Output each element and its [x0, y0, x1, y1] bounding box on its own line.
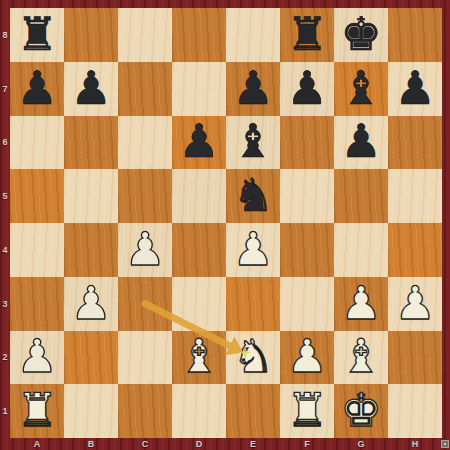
- square-b2[interactable]: [64, 331, 118, 385]
- file-label-e: E: [226, 438, 280, 450]
- rank-label-5: 5: [0, 169, 10, 223]
- square-c2[interactable]: [118, 331, 172, 385]
- square-b4[interactable]: [64, 223, 118, 277]
- square-a5[interactable]: [10, 169, 64, 223]
- resize-handle[interactable]: [441, 440, 449, 448]
- rank-label-3: 3: [0, 277, 10, 331]
- square-e1[interactable]: [226, 384, 280, 438]
- square-h1[interactable]: [388, 384, 442, 438]
- square-a2[interactable]: ♟: [10, 331, 64, 385]
- rank-label-2: 2: [0, 331, 10, 385]
- white-bishop-d2[interactable]: ♝: [178, 333, 219, 379]
- square-g2[interactable]: ♝: [334, 331, 388, 385]
- square-d3[interactable]: [172, 277, 226, 331]
- white-pawn-a2[interactable]: ♟: [16, 333, 57, 379]
- chess-board-frame: ♜♜♚♟♟♟♟♝♟♟♝♟♞♟♟♟♟♟♟♝♞♟♝♜♜♚ 87654321 ABCD…: [0, 0, 450, 450]
- black-bishop-e6[interactable]: ♝: [232, 118, 273, 164]
- square-f6[interactable]: [280, 116, 334, 170]
- square-d2[interactable]: ♝: [172, 331, 226, 385]
- white-rook-f1[interactable]: ♜: [286, 387, 327, 433]
- black-king-g8[interactable]: ♚: [340, 11, 381, 57]
- black-pawn-h7[interactable]: ♟: [394, 65, 435, 111]
- file-label-h: H: [388, 438, 442, 450]
- square-f3[interactable]: [280, 277, 334, 331]
- square-d7[interactable]: [172, 62, 226, 116]
- white-knight-e2[interactable]: ♞: [232, 333, 273, 379]
- square-g6[interactable]: ♟: [334, 116, 388, 170]
- square-b8[interactable]: [64, 8, 118, 62]
- rank-label-6: 6: [0, 116, 10, 170]
- white-pawn-e4[interactable]: ♟: [232, 226, 273, 272]
- square-a4[interactable]: [10, 223, 64, 277]
- chess-board: ♜♜♚♟♟♟♟♝♟♟♝♟♞♟♟♟♟♟♟♝♞♟♝♜♜♚: [10, 8, 442, 438]
- square-h7[interactable]: ♟: [388, 62, 442, 116]
- rank-label-1: 1: [0, 384, 10, 438]
- white-pawn-g3[interactable]: ♟: [340, 280, 381, 326]
- square-h6[interactable]: [388, 116, 442, 170]
- black-pawn-a7[interactable]: ♟: [16, 65, 57, 111]
- square-b6[interactable]: [64, 116, 118, 170]
- square-e3[interactable]: [226, 277, 280, 331]
- black-pawn-b7[interactable]: ♟: [70, 65, 111, 111]
- square-g7[interactable]: ♝: [334, 62, 388, 116]
- file-label-d: D: [172, 438, 226, 450]
- square-h3[interactable]: ♟: [388, 277, 442, 331]
- square-f7[interactable]: ♟: [280, 62, 334, 116]
- file-label-a: A: [10, 438, 64, 450]
- file-labels: ABCDEFGH: [10, 438, 442, 450]
- square-e2[interactable]: ♞: [226, 331, 280, 385]
- square-c5[interactable]: [118, 169, 172, 223]
- square-f8[interactable]: ♜: [280, 8, 334, 62]
- square-d5[interactable]: [172, 169, 226, 223]
- square-b5[interactable]: [64, 169, 118, 223]
- file-label-g: G: [334, 438, 388, 450]
- black-pawn-f7[interactable]: ♟: [286, 65, 327, 111]
- file-label-c: C: [118, 438, 172, 450]
- square-a7[interactable]: ♟: [10, 62, 64, 116]
- rank-label-4: 4: [0, 223, 10, 277]
- square-a3[interactable]: [10, 277, 64, 331]
- square-g3[interactable]: ♟: [334, 277, 388, 331]
- square-h4[interactable]: [388, 223, 442, 277]
- square-c6[interactable]: [118, 116, 172, 170]
- square-h8[interactable]: [388, 8, 442, 62]
- white-rook-a1[interactable]: ♜: [16, 387, 57, 433]
- black-rook-f8[interactable]: ♜: [286, 11, 327, 57]
- square-d1[interactable]: [172, 384, 226, 438]
- square-f2[interactable]: ♟: [280, 331, 334, 385]
- square-f5[interactable]: [280, 169, 334, 223]
- white-pawn-f2[interactable]: ♟: [286, 333, 327, 379]
- white-pawn-c4[interactable]: ♟: [124, 226, 165, 272]
- file-label-b: B: [64, 438, 118, 450]
- square-g4[interactable]: [334, 223, 388, 277]
- black-pawn-g6[interactable]: ♟: [340, 118, 381, 164]
- square-h5[interactable]: [388, 169, 442, 223]
- black-rook-a8[interactable]: ♜: [16, 11, 57, 57]
- rank-label-8: 8: [0, 8, 10, 62]
- rank-labels: 87654321: [0, 8, 10, 438]
- file-label-f: F: [280, 438, 334, 450]
- square-b3[interactable]: ♟: [64, 277, 118, 331]
- square-a8[interactable]: ♜: [10, 8, 64, 62]
- square-a1[interactable]: ♜: [10, 384, 64, 438]
- square-e5[interactable]: ♞: [226, 169, 280, 223]
- square-c4[interactable]: ♟: [118, 223, 172, 277]
- white-pawn-h3[interactable]: ♟: [394, 280, 435, 326]
- square-d4[interactable]: [172, 223, 226, 277]
- square-e4[interactable]: ♟: [226, 223, 280, 277]
- rank-label-7: 7: [0, 62, 10, 116]
- square-d8[interactable]: [172, 8, 226, 62]
- black-bishop-g7[interactable]: ♝: [340, 65, 381, 111]
- black-pawn-e7[interactable]: ♟: [232, 65, 273, 111]
- black-pawn-d6[interactable]: ♟: [178, 118, 219, 164]
- black-knight-e5[interactable]: ♞: [232, 172, 273, 218]
- square-e6[interactable]: ♝: [226, 116, 280, 170]
- square-d6[interactable]: ♟: [172, 116, 226, 170]
- square-f4[interactable]: [280, 223, 334, 277]
- square-h2[interactable]: [388, 331, 442, 385]
- square-g5[interactable]: [334, 169, 388, 223]
- square-f1[interactable]: ♜: [280, 384, 334, 438]
- square-c7[interactable]: [118, 62, 172, 116]
- square-e7[interactable]: ♟: [226, 62, 280, 116]
- white-bishop-g2[interactable]: ♝: [340, 333, 381, 379]
- square-g8[interactable]: ♚: [334, 8, 388, 62]
- square-b1[interactable]: [64, 384, 118, 438]
- square-c3[interactable]: [118, 277, 172, 331]
- square-b7[interactable]: ♟: [64, 62, 118, 116]
- white-pawn-b3[interactable]: ♟: [70, 280, 111, 326]
- square-e8[interactable]: [226, 8, 280, 62]
- square-c8[interactable]: [118, 8, 172, 62]
- square-a6[interactable]: [10, 116, 64, 170]
- square-g1[interactable]: ♚: [334, 384, 388, 438]
- square-c1[interactable]: [118, 384, 172, 438]
- white-king-g1[interactable]: ♚: [340, 387, 381, 433]
